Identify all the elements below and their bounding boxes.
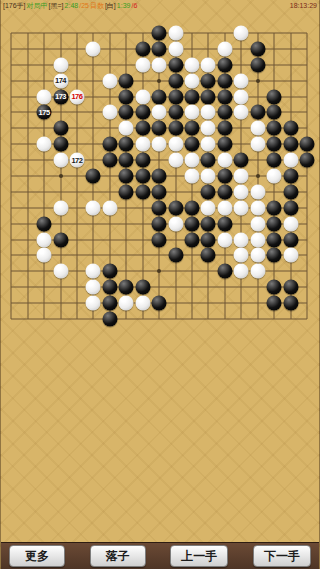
board-intersection[interactable] <box>85 311 101 327</box>
board-intersection[interactable] <box>36 263 52 279</box>
board-intersection[interactable] <box>233 57 249 73</box>
board-intersection[interactable] <box>69 41 85 57</box>
board-intersection[interactable] <box>52 247 68 263</box>
board-intersection[interactable] <box>52 279 68 295</box>
board-intersection[interactable] <box>102 73 118 89</box>
board-intersection[interactable] <box>19 120 35 136</box>
board-intersection[interactable] <box>299 73 315 89</box>
board-intersection[interactable] <box>250 247 266 263</box>
board-intersection[interactable] <box>233 279 249 295</box>
board-intersection[interactable] <box>299 311 315 327</box>
board-intersection[interactable] <box>167 25 183 41</box>
board-intersection[interactable] <box>118 89 134 105</box>
board-intersection[interactable] <box>167 184 183 200</box>
board-intersection[interactable] <box>233 136 249 152</box>
board-intersection[interactable] <box>217 168 233 184</box>
board-intersection[interactable] <box>217 232 233 248</box>
board-intersection[interactable] <box>266 168 282 184</box>
board-intersection[interactable] <box>217 184 233 200</box>
board-intersection[interactable] <box>282 200 298 216</box>
board-intersection[interactable] <box>299 184 315 200</box>
board-intersection[interactable] <box>102 136 118 152</box>
board-intersection[interactable] <box>299 25 315 41</box>
board-intersection[interactable] <box>250 279 266 295</box>
board-intersection[interactable] <box>184 152 200 168</box>
board-intersection[interactable] <box>52 232 68 248</box>
board-intersection[interactable] <box>36 120 52 136</box>
board-intersection[interactable] <box>85 168 101 184</box>
board-intersection[interactable] <box>85 295 101 311</box>
board-intersection[interactable] <box>85 89 101 105</box>
board-intersection[interactable] <box>151 311 167 327</box>
board-intersection[interactable] <box>85 216 101 232</box>
board-intersection[interactable] <box>36 295 52 311</box>
board-intersection[interactable] <box>250 152 266 168</box>
board-intersection[interactable] <box>299 168 315 184</box>
board-intersection[interactable] <box>85 152 101 168</box>
board-intersection[interactable] <box>69 120 85 136</box>
board-intersection[interactable] <box>69 216 85 232</box>
board-intersection[interactable] <box>19 136 35 152</box>
board-intersection[interactable] <box>135 120 151 136</box>
board-intersection[interactable] <box>266 184 282 200</box>
board-intersection[interactable] <box>151 279 167 295</box>
board-intersection[interactable] <box>167 247 183 263</box>
board-intersection[interactable] <box>3 247 19 263</box>
board-intersection[interactable] <box>102 120 118 136</box>
board-intersection[interactable] <box>200 120 216 136</box>
board-intersection[interactable] <box>102 216 118 232</box>
board-intersection[interactable] <box>36 216 52 232</box>
board-intersection[interactable] <box>36 247 52 263</box>
board-intersection[interactable] <box>200 216 216 232</box>
board-intersection[interactable] <box>135 89 151 105</box>
board-intersection[interactable] <box>19 41 35 57</box>
board-intersection[interactable] <box>217 200 233 216</box>
board-intersection[interactable] <box>233 89 249 105</box>
board-intersection[interactable] <box>167 168 183 184</box>
board-intersection[interactable] <box>3 232 19 248</box>
board-intersection[interactable] <box>52 136 68 152</box>
board-intersection[interactable] <box>233 152 249 168</box>
board-intersection[interactable] <box>250 200 266 216</box>
board-intersection[interactable] <box>151 136 167 152</box>
board-intersection[interactable] <box>85 279 101 295</box>
board-intersection[interactable] <box>266 263 282 279</box>
board-intersection[interactable] <box>299 152 315 168</box>
board-intersection[interactable] <box>52 41 68 57</box>
board-intersection[interactable] <box>299 216 315 232</box>
board-intersection[interactable] <box>3 263 19 279</box>
board-intersection[interactable] <box>167 295 183 311</box>
board-intersection[interactable] <box>233 104 249 120</box>
board-intersection[interactable] <box>250 216 266 232</box>
board-intersection[interactable] <box>217 279 233 295</box>
board-intersection[interactable] <box>184 136 200 152</box>
board-intersection[interactable]: 173 <box>52 89 68 105</box>
board-intersection[interactable] <box>102 311 118 327</box>
board-intersection[interactable] <box>69 57 85 73</box>
board-intersection[interactable] <box>135 57 151 73</box>
board-intersection[interactable] <box>217 247 233 263</box>
board-intersection[interactable] <box>282 152 298 168</box>
board-intersection[interactable] <box>118 216 134 232</box>
board-intersection[interactable] <box>184 89 200 105</box>
board-intersection[interactable]: 174 <box>52 73 68 89</box>
board-intersection[interactable] <box>266 104 282 120</box>
board-intersection[interactable] <box>167 104 183 120</box>
board-intersection[interactable] <box>135 152 151 168</box>
board-intersection[interactable] <box>250 295 266 311</box>
board-intersection[interactable] <box>282 232 298 248</box>
board-intersection[interactable] <box>118 25 134 41</box>
board-intersection[interactable] <box>200 25 216 41</box>
board-intersection[interactable] <box>266 152 282 168</box>
board-intersection[interactable] <box>36 73 52 89</box>
board-intersection[interactable] <box>69 200 85 216</box>
board-intersection[interactable] <box>184 295 200 311</box>
board-intersection[interactable] <box>151 232 167 248</box>
board-intersection[interactable] <box>118 136 134 152</box>
board-intersection[interactable] <box>151 73 167 89</box>
board-intersection[interactable] <box>135 168 151 184</box>
board-intersection[interactable] <box>217 295 233 311</box>
board-intersection[interactable] <box>233 25 249 41</box>
board-intersection[interactable] <box>167 200 183 216</box>
board-intersection[interactable] <box>282 168 298 184</box>
board-intersection[interactable] <box>217 136 233 152</box>
board-intersection[interactable] <box>266 57 282 73</box>
board-intersection[interactable] <box>19 152 35 168</box>
board-intersection[interactable] <box>250 232 266 248</box>
board-intersection[interactable]: 176 <box>69 89 85 105</box>
board-intersection[interactable] <box>151 200 167 216</box>
board-intersection[interactable] <box>151 184 167 200</box>
board-intersection[interactable] <box>167 41 183 57</box>
board-intersection[interactable] <box>200 104 216 120</box>
board-intersection[interactable] <box>19 89 35 105</box>
board-intersection[interactable] <box>151 104 167 120</box>
board-intersection[interactable] <box>19 232 35 248</box>
board-intersection[interactable] <box>233 41 249 57</box>
board-intersection[interactable] <box>282 136 298 152</box>
board-intersection[interactable] <box>85 232 101 248</box>
board-intersection[interactable] <box>135 247 151 263</box>
board-intersection[interactable] <box>184 200 200 216</box>
board-intersection[interactable] <box>282 295 298 311</box>
board-intersection[interactable] <box>151 57 167 73</box>
board-intersection[interactable] <box>266 136 282 152</box>
board-intersection[interactable] <box>135 263 151 279</box>
board-intersection[interactable] <box>36 311 52 327</box>
board-intersection[interactable] <box>135 216 151 232</box>
board-intersection[interactable] <box>167 136 183 152</box>
board-intersection[interactable] <box>200 136 216 152</box>
board-intersection[interactable] <box>250 263 266 279</box>
board-intersection[interactable] <box>299 57 315 73</box>
board-intersection[interactable] <box>3 104 19 120</box>
board-intersection[interactable] <box>118 104 134 120</box>
board-intersection[interactable] <box>19 184 35 200</box>
board-intersection[interactable] <box>135 104 151 120</box>
board-intersection[interactable] <box>85 263 101 279</box>
board-intersection[interactable] <box>118 263 134 279</box>
board-intersection[interactable] <box>3 73 19 89</box>
board-intersection[interactable] <box>217 41 233 57</box>
board-intersection[interactable] <box>217 120 233 136</box>
board-intersection[interactable] <box>167 216 183 232</box>
board-intersection[interactable] <box>3 25 19 41</box>
board-intersection[interactable] <box>85 184 101 200</box>
board-intersection[interactable] <box>102 263 118 279</box>
board-intersection[interactable] <box>3 311 19 327</box>
board-intersection[interactable] <box>151 41 167 57</box>
board-intersection[interactable] <box>102 41 118 57</box>
board-intersection[interactable] <box>36 41 52 57</box>
board-intersection[interactable] <box>299 120 315 136</box>
board-intersection[interactable] <box>36 232 52 248</box>
board-intersection[interactable] <box>184 263 200 279</box>
board-intersection[interactable] <box>167 89 183 105</box>
board-intersection[interactable] <box>19 247 35 263</box>
board-intersection[interactable] <box>135 136 151 152</box>
board-intersection[interactable]: 172 <box>69 152 85 168</box>
board-intersection[interactable] <box>52 184 68 200</box>
board-intersection[interactable] <box>85 41 101 57</box>
board-intersection[interactable] <box>36 184 52 200</box>
board-intersection[interactable] <box>299 263 315 279</box>
board-intersection[interactable] <box>217 104 233 120</box>
board-intersection[interactable] <box>3 120 19 136</box>
board-intersection[interactable] <box>299 247 315 263</box>
board-intersection[interactable] <box>118 168 134 184</box>
board-intersection[interactable] <box>250 41 266 57</box>
board-intersection[interactable] <box>69 104 85 120</box>
board-intersection[interactable] <box>217 89 233 105</box>
board-intersection[interactable] <box>151 263 167 279</box>
board-intersection[interactable] <box>52 311 68 327</box>
board-intersection[interactable] <box>167 311 183 327</box>
board-intersection[interactable] <box>299 136 315 152</box>
board-intersection[interactable] <box>200 279 216 295</box>
board-intersection[interactable] <box>3 168 19 184</box>
board-intersection[interactable] <box>282 263 298 279</box>
board-intersection[interactable] <box>69 311 85 327</box>
board-intersection[interactable] <box>3 152 19 168</box>
board-intersection[interactable] <box>3 41 19 57</box>
board-intersection[interactable] <box>135 41 151 57</box>
board-intersection[interactable] <box>36 57 52 73</box>
board-intersection[interactable] <box>52 168 68 184</box>
board-intersection[interactable] <box>233 184 249 200</box>
board-intersection[interactable] <box>135 73 151 89</box>
board-intersection[interactable] <box>200 57 216 73</box>
board-intersection[interactable] <box>85 247 101 263</box>
board-intersection[interactable] <box>102 279 118 295</box>
board-intersection[interactable] <box>102 104 118 120</box>
board-intersection[interactable] <box>151 120 167 136</box>
board-intersection[interactable] <box>69 136 85 152</box>
board-intersection[interactable] <box>299 89 315 105</box>
board-intersection[interactable] <box>118 41 134 57</box>
board-intersection[interactable] <box>233 120 249 136</box>
board-intersection[interactable] <box>217 25 233 41</box>
board-intersection[interactable] <box>52 263 68 279</box>
board-intersection[interactable] <box>118 279 134 295</box>
board-intersection[interactable] <box>299 279 315 295</box>
board-intersection[interactable] <box>151 216 167 232</box>
board-intersection[interactable] <box>233 311 249 327</box>
board-intersection[interactable] <box>167 120 183 136</box>
board-intersection[interactable] <box>167 73 183 89</box>
board-intersection[interactable] <box>184 184 200 200</box>
board-intersection[interactable] <box>200 247 216 263</box>
board-intersection[interactable] <box>184 247 200 263</box>
board-intersection[interactable] <box>184 120 200 136</box>
board-intersection[interactable] <box>69 25 85 41</box>
board-intersection[interactable] <box>85 120 101 136</box>
board-intersection[interactable] <box>3 57 19 73</box>
board-intersection[interactable] <box>36 89 52 105</box>
board-intersection[interactable] <box>266 25 282 41</box>
board-intersection[interactable] <box>200 168 216 184</box>
board-intersection[interactable] <box>151 295 167 311</box>
board-intersection[interactable] <box>52 152 68 168</box>
board-intersection[interactable] <box>118 247 134 263</box>
board-intersection[interactable] <box>118 311 134 327</box>
board-intersection[interactable] <box>3 295 19 311</box>
board-intersection[interactable] <box>36 136 52 152</box>
board-intersection[interactable] <box>184 73 200 89</box>
board-intersection[interactable] <box>200 295 216 311</box>
board-intersection[interactable] <box>282 311 298 327</box>
board-intersection[interactable] <box>167 232 183 248</box>
board-intersection[interactable] <box>167 263 183 279</box>
board-intersection[interactable] <box>282 73 298 89</box>
board-intersection[interactable] <box>250 57 266 73</box>
board-intersection[interactable] <box>135 200 151 216</box>
board-intersection[interactable] <box>69 184 85 200</box>
board-intersection[interactable] <box>52 57 68 73</box>
board-intersection[interactable] <box>250 73 266 89</box>
board-intersection[interactable] <box>167 279 183 295</box>
board-intersection[interactable] <box>266 279 282 295</box>
board-intersection[interactable] <box>118 232 134 248</box>
board-intersection[interactable] <box>19 168 35 184</box>
board-intersection[interactable] <box>118 120 134 136</box>
board-intersection[interactable] <box>200 73 216 89</box>
board-intersection[interactable] <box>135 232 151 248</box>
board-intersection[interactable] <box>184 57 200 73</box>
board-intersection[interactable] <box>233 263 249 279</box>
board-intersection[interactable] <box>282 247 298 263</box>
board-intersection[interactable] <box>102 152 118 168</box>
board-intersection[interactable] <box>19 73 35 89</box>
board-intersection[interactable]: 175 <box>36 104 52 120</box>
board-intersection[interactable] <box>282 279 298 295</box>
board-intersection[interactable] <box>19 216 35 232</box>
board-intersection[interactable] <box>167 57 183 73</box>
board-intersection[interactable] <box>19 279 35 295</box>
board-intersection[interactable] <box>282 104 298 120</box>
board-intersection[interactable] <box>266 120 282 136</box>
board-intersection[interactable] <box>282 41 298 57</box>
board-intersection[interactable] <box>102 25 118 41</box>
board-intersection[interactable] <box>250 120 266 136</box>
board-intersection[interactable] <box>102 200 118 216</box>
board-intersection[interactable] <box>19 57 35 73</box>
board-intersection[interactable] <box>200 232 216 248</box>
board-intersection[interactable] <box>118 184 134 200</box>
board-intersection[interactable] <box>52 200 68 216</box>
board-intersection[interactable] <box>250 184 266 200</box>
board-intersection[interactable] <box>282 184 298 200</box>
board-intersection[interactable] <box>69 73 85 89</box>
prev-move-button[interactable]: 上一手 <box>170 545 228 567</box>
board-intersection[interactable] <box>118 200 134 216</box>
board-intersection[interactable] <box>3 279 19 295</box>
board-intersection[interactable] <box>250 104 266 120</box>
board-intersection[interactable] <box>19 311 35 327</box>
board-intersection[interactable] <box>85 136 101 152</box>
board-intersection[interactable] <box>135 25 151 41</box>
board-intersection[interactable] <box>217 73 233 89</box>
board-intersection[interactable] <box>19 263 35 279</box>
play-move-button[interactable]: 落子 <box>90 545 146 567</box>
board-intersection[interactable] <box>299 104 315 120</box>
board-intersection[interactable] <box>118 295 134 311</box>
board-intersection[interactable] <box>299 295 315 311</box>
board-intersection[interactable] <box>250 311 266 327</box>
board-intersection[interactable] <box>69 247 85 263</box>
board-intersection[interactable] <box>69 295 85 311</box>
board-intersection[interactable] <box>299 41 315 57</box>
board-intersection[interactable] <box>85 73 101 89</box>
board-intersection[interactable] <box>85 200 101 216</box>
next-move-button[interactable]: 下一手 <box>253 545 311 567</box>
board-intersection[interactable] <box>19 295 35 311</box>
board-intersection[interactable] <box>69 232 85 248</box>
board-intersection[interactable] <box>151 168 167 184</box>
board-intersection[interactable] <box>135 279 151 295</box>
board-intersection[interactable] <box>184 279 200 295</box>
board-intersection[interactable] <box>36 152 52 168</box>
board-intersection[interactable] <box>36 279 52 295</box>
board-intersection[interactable] <box>217 57 233 73</box>
board-intersection[interactable] <box>3 184 19 200</box>
board-intersection[interactable] <box>299 232 315 248</box>
board-intersection[interactable] <box>52 104 68 120</box>
board-intersection[interactable] <box>233 200 249 216</box>
board-intersection[interactable] <box>52 295 68 311</box>
board-intersection[interactable] <box>250 89 266 105</box>
board-intersection[interactable] <box>282 120 298 136</box>
board-intersection[interactable] <box>3 200 19 216</box>
board-intersection[interactable] <box>118 57 134 73</box>
board-intersection[interactable] <box>69 263 85 279</box>
board-intersection[interactable] <box>52 25 68 41</box>
board-intersection[interactable] <box>102 247 118 263</box>
board-intersection[interactable] <box>135 311 151 327</box>
board-intersection[interactable] <box>282 89 298 105</box>
board-intersection[interactable] <box>118 152 134 168</box>
board-intersection[interactable] <box>184 216 200 232</box>
board-intersection[interactable] <box>102 57 118 73</box>
board-intersection[interactable] <box>151 25 167 41</box>
board-intersection[interactable] <box>250 25 266 41</box>
board-intersection[interactable] <box>266 200 282 216</box>
board-intersection[interactable] <box>102 168 118 184</box>
